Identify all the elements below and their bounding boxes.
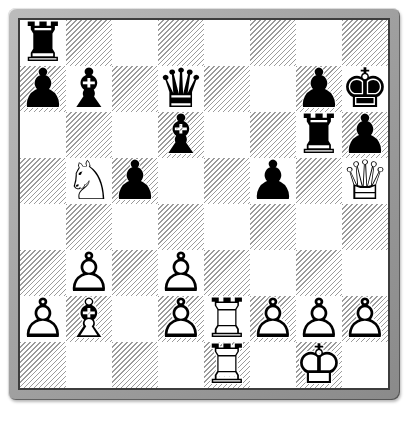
square-a8[interactable]: ♜ [20, 20, 66, 66]
white-pawn-underfill: ♟ [20, 296, 66, 342]
square-d1[interactable] [158, 342, 204, 388]
square-e3[interactable] [204, 250, 250, 296]
square-g4[interactable] [296, 204, 342, 250]
square-b1[interactable] [66, 342, 112, 388]
white-pawn: ♙ [20, 296, 66, 342]
square-f8[interactable] [250, 20, 296, 66]
black-bishop: ♝ [66, 66, 112, 112]
white-king-underfill: ♚ [296, 342, 342, 388]
square-f7[interactable] [250, 66, 296, 112]
square-h8[interactable] [342, 20, 388, 66]
white-king: ♔ [296, 342, 342, 388]
square-g8[interactable] [296, 20, 342, 66]
square-a6[interactable] [20, 112, 66, 158]
black-pawn: ♟ [342, 112, 388, 158]
square-e8[interactable] [204, 20, 250, 66]
square-f6[interactable] [250, 112, 296, 158]
white-bishop: ♗ [66, 296, 112, 342]
square-f3[interactable] [250, 250, 296, 296]
square-f1[interactable] [250, 342, 296, 388]
square-c6[interactable] [112, 112, 158, 158]
square-b5[interactable]: ♞♘ [66, 158, 112, 204]
square-e1[interactable]: ♜♖ [204, 342, 250, 388]
square-e7[interactable] [204, 66, 250, 112]
square-d4[interactable] [158, 204, 204, 250]
white-pawn: ♙ [296, 296, 342, 342]
square-b3[interactable]: ♟♙ [66, 250, 112, 296]
square-h4[interactable] [342, 204, 388, 250]
square-b7[interactable]: ♝ [66, 66, 112, 112]
black-queen: ♛ [158, 66, 204, 112]
white-pawn-underfill: ♟ [250, 296, 296, 342]
square-b6[interactable] [66, 112, 112, 158]
square-a7[interactable]: ♟ [20, 66, 66, 112]
black-king: ♚ [342, 66, 388, 112]
square-d3[interactable]: ♟♙ [158, 250, 204, 296]
chess-diagram: ♜♟♝♛♟♚♝♜♟♞♘♟♟♛♕♟♙♟♙♟♙♝♗♟♙♜♖♟♙♟♙♟♙♜♖♚♔ [8, 8, 400, 400]
square-h1[interactable] [342, 342, 388, 388]
square-h6[interactable]: ♟ [342, 112, 388, 158]
black-bishop: ♝ [158, 112, 204, 158]
square-e2[interactable]: ♜♖ [204, 296, 250, 342]
square-c2[interactable] [112, 296, 158, 342]
black-rook: ♜ [20, 20, 66, 66]
square-f5[interactable]: ♟ [250, 158, 296, 204]
white-pawn-underfill: ♟ [158, 250, 204, 296]
square-g3[interactable] [296, 250, 342, 296]
square-c7[interactable] [112, 66, 158, 112]
white-pawn: ♙ [342, 296, 388, 342]
square-a2[interactable]: ♟♙ [20, 296, 66, 342]
square-d2[interactable]: ♟♙ [158, 296, 204, 342]
white-pawn: ♙ [250, 296, 296, 342]
square-g2[interactable]: ♟♙ [296, 296, 342, 342]
black-pawn: ♟ [296, 66, 342, 112]
chess-board[interactable]: ♜♟♝♛♟♚♝♜♟♞♘♟♟♛♕♟♙♟♙♟♙♝♗♟♙♜♖♟♙♟♙♟♙♜♖♚♔ [18, 18, 390, 390]
square-e6[interactable] [204, 112, 250, 158]
square-c5[interactable]: ♟ [112, 158, 158, 204]
square-f4[interactable] [250, 204, 296, 250]
black-rook: ♜ [296, 112, 342, 158]
white-pawn: ♙ [66, 250, 112, 296]
square-a4[interactable] [20, 204, 66, 250]
square-h3[interactable] [342, 250, 388, 296]
white-knight-underfill: ♞ [66, 158, 112, 204]
white-rook: ♖ [204, 342, 250, 388]
square-c4[interactable] [112, 204, 158, 250]
square-c1[interactable] [112, 342, 158, 388]
square-d6[interactable]: ♝ [158, 112, 204, 158]
square-c3[interactable] [112, 250, 158, 296]
square-e4[interactable] [204, 204, 250, 250]
white-rook-underfill: ♜ [204, 342, 250, 388]
square-g6[interactable]: ♜ [296, 112, 342, 158]
square-d7[interactable]: ♛ [158, 66, 204, 112]
square-a3[interactable] [20, 250, 66, 296]
square-e5[interactable] [204, 158, 250, 204]
square-a1[interactable] [20, 342, 66, 388]
white-pawn-underfill: ♟ [158, 296, 204, 342]
black-pawn: ♟ [20, 66, 66, 112]
white-queen: ♕ [342, 158, 388, 204]
white-rook-underfill: ♜ [204, 296, 250, 342]
square-g1[interactable]: ♚♔ [296, 342, 342, 388]
square-d8[interactable] [158, 20, 204, 66]
square-b2[interactable]: ♝♗ [66, 296, 112, 342]
white-queen-underfill: ♛ [342, 158, 388, 204]
white-bishop-underfill: ♝ [66, 296, 112, 342]
square-g5[interactable] [296, 158, 342, 204]
square-h5[interactable]: ♛♕ [342, 158, 388, 204]
square-h7[interactable]: ♚ [342, 66, 388, 112]
white-knight: ♘ [66, 158, 112, 204]
white-pawn-underfill: ♟ [342, 296, 388, 342]
square-h2[interactable]: ♟♙ [342, 296, 388, 342]
board-frame: ♜♟♝♛♟♚♝♜♟♞♘♟♟♛♕♟♙♟♙♟♙♝♗♟♙♜♖♟♙♟♙♟♙♜♖♚♔ [8, 8, 400, 400]
black-pawn: ♟ [250, 158, 296, 204]
square-d5[interactable] [158, 158, 204, 204]
white-pawn-underfill: ♟ [296, 296, 342, 342]
square-a5[interactable] [20, 158, 66, 204]
square-c8[interactable] [112, 20, 158, 66]
white-pawn: ♙ [158, 296, 204, 342]
square-b8[interactable] [66, 20, 112, 66]
white-pawn-underfill: ♟ [66, 250, 112, 296]
square-b4[interactable] [66, 204, 112, 250]
square-g7[interactable]: ♟ [296, 66, 342, 112]
black-pawn: ♟ [112, 158, 158, 204]
square-f2[interactable]: ♟♙ [250, 296, 296, 342]
white-pawn: ♙ [158, 250, 204, 296]
white-rook: ♖ [204, 296, 250, 342]
